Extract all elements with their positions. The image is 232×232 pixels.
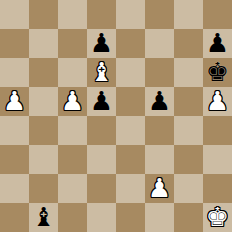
square-d7[interactable]: ♟ (87, 29, 116, 58)
square-a2[interactable] (0, 174, 29, 203)
square-c4[interactable] (58, 116, 87, 145)
square-g6[interactable] (174, 58, 203, 87)
square-f8[interactable] (145, 0, 174, 29)
square-c2[interactable] (58, 174, 87, 203)
square-c8[interactable] (58, 0, 87, 29)
square-f7[interactable] (145, 29, 174, 58)
square-f6[interactable] (145, 58, 174, 87)
square-f4[interactable] (145, 116, 174, 145)
piece-white-bishop[interactable]: ♝ (90, 58, 113, 87)
square-g8[interactable] (174, 0, 203, 29)
square-e2[interactable] (116, 174, 145, 203)
square-g1[interactable] (174, 203, 203, 232)
square-h8[interactable] (203, 0, 232, 29)
square-a1[interactable] (0, 203, 29, 232)
square-h3[interactable] (203, 145, 232, 174)
piece-black-pawn[interactable]: ♟ (206, 29, 229, 58)
square-b1[interactable]: ♝ (29, 203, 58, 232)
square-d2[interactable] (87, 174, 116, 203)
square-a5[interactable]: ♟ (0, 87, 29, 116)
piece-white-pawn[interactable]: ♟ (148, 174, 171, 203)
square-c1[interactable] (58, 203, 87, 232)
square-d6[interactable]: ♝ (87, 58, 116, 87)
piece-white-pawn[interactable]: ♟ (206, 87, 229, 116)
square-f5[interactable]: ♟ (145, 87, 174, 116)
square-f3[interactable] (145, 145, 174, 174)
piece-black-bishop[interactable]: ♝ (32, 203, 55, 232)
square-e4[interactable] (116, 116, 145, 145)
square-d5[interactable]: ♟ (87, 87, 116, 116)
square-c5[interactable]: ♟ (58, 87, 87, 116)
square-h5[interactable]: ♟ (203, 87, 232, 116)
square-g5[interactable] (174, 87, 203, 116)
piece-white-king[interactable]: ♚ (206, 203, 229, 232)
square-b2[interactable] (29, 174, 58, 203)
square-e5[interactable] (116, 87, 145, 116)
square-b8[interactable] (29, 0, 58, 29)
square-f2[interactable]: ♟ (145, 174, 174, 203)
piece-white-pawn[interactable]: ♟ (61, 87, 84, 116)
square-h7[interactable]: ♟ (203, 29, 232, 58)
square-f1[interactable] (145, 203, 174, 232)
square-g7[interactable] (174, 29, 203, 58)
square-d4[interactable] (87, 116, 116, 145)
square-h6[interactable]: ♚ (203, 58, 232, 87)
square-d3[interactable] (87, 145, 116, 174)
square-c7[interactable] (58, 29, 87, 58)
square-h1[interactable]: ♚ (203, 203, 232, 232)
square-b6[interactable] (29, 58, 58, 87)
square-a7[interactable] (0, 29, 29, 58)
square-d8[interactable] (87, 0, 116, 29)
square-b3[interactable] (29, 145, 58, 174)
piece-black-pawn[interactable]: ♟ (90, 87, 113, 116)
piece-white-pawn[interactable]: ♟ (3, 87, 26, 116)
piece-black-king[interactable]: ♚ (206, 58, 229, 87)
square-a3[interactable] (0, 145, 29, 174)
square-g2[interactable] (174, 174, 203, 203)
square-e6[interactable] (116, 58, 145, 87)
square-b7[interactable] (29, 29, 58, 58)
square-e3[interactable] (116, 145, 145, 174)
piece-black-pawn[interactable]: ♟ (90, 29, 113, 58)
square-d1[interactable] (87, 203, 116, 232)
square-c3[interactable] (58, 145, 87, 174)
square-e8[interactable] (116, 0, 145, 29)
square-b5[interactable] (29, 87, 58, 116)
square-a4[interactable] (0, 116, 29, 145)
square-a8[interactable] (0, 0, 29, 29)
square-e1[interactable] (116, 203, 145, 232)
square-a6[interactable] (0, 58, 29, 87)
square-e7[interactable] (116, 29, 145, 58)
square-h4[interactable] (203, 116, 232, 145)
square-b4[interactable] (29, 116, 58, 145)
square-g3[interactable] (174, 145, 203, 174)
chess-board: ♟♟♝♚♟♟♟♟♟♟♝♚ (0, 0, 232, 232)
square-h2[interactable] (203, 174, 232, 203)
square-g4[interactable] (174, 116, 203, 145)
square-c6[interactable] (58, 58, 87, 87)
piece-black-pawn[interactable]: ♟ (148, 87, 171, 116)
